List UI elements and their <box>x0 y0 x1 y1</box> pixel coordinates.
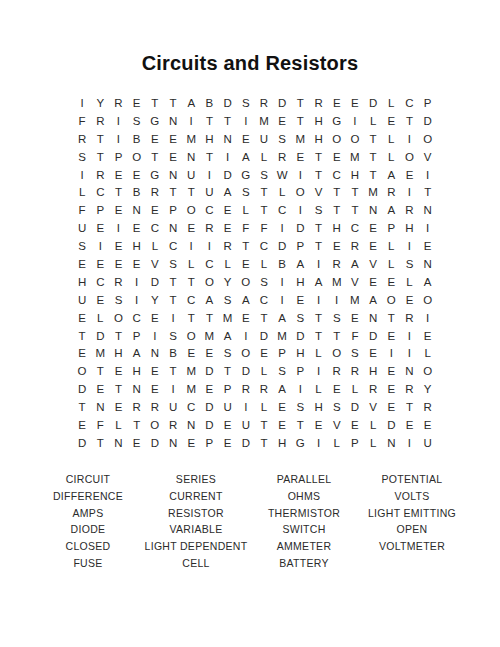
grid-cell-r9c10: T <box>237 237 255 255</box>
word-item-difference: DIFFERENCE <box>34 488 142 505</box>
grid-cell-r12c4: I <box>128 291 146 309</box>
grid-cell-r20c9: E <box>219 434 237 452</box>
word-item-potential: POTENTIAL <box>358 471 466 488</box>
grid-cell-r12c7: C <box>182 291 200 309</box>
grid-cell-r6c17: M <box>364 183 382 201</box>
grid-cell-r13c18: T <box>382 309 400 327</box>
grid-cell-r8c15: H <box>328 219 346 237</box>
grid-cell-r10c7: L <box>182 255 200 273</box>
grid-cell-r4c9: I <box>219 148 237 166</box>
grid-cell-r19c15: V <box>328 416 346 434</box>
grid-cell-r17c7: M <box>182 380 200 398</box>
grid-cell-r10c18: L <box>382 255 400 273</box>
grid-cell-r8c3: I <box>109 219 127 237</box>
grid-cell-r4c6: E <box>164 148 182 166</box>
grid-cell-r4c7: N <box>182 148 200 166</box>
grid-cell-r10c16: A <box>346 255 364 273</box>
grid-cell-r7c3: E <box>109 201 127 219</box>
grid-cell-r15c4: A <box>128 344 146 362</box>
grid-cell-r10c9: L <box>219 255 237 273</box>
grid-cell-r6c15: T <box>328 183 346 201</box>
grid-cell-r5c20: I <box>419 166 437 184</box>
grid-cell-r2c15: G <box>328 112 346 130</box>
grid-cell-r11c19: L <box>400 273 418 291</box>
grid-cell-r15c14: L <box>309 344 327 362</box>
grid-cell-r4c13: E <box>291 148 309 166</box>
grid-cell-r15c15: O <box>328 344 346 362</box>
grid-cell-r16c1: O <box>73 362 91 380</box>
grid-cell-r19c10: U <box>237 416 255 434</box>
grid-cell-r18c4: R <box>128 398 146 416</box>
grid-cell-r19c20: E <box>419 416 437 434</box>
grid-cell-r19c1: E <box>73 416 91 434</box>
grid-cell-r6c16: T <box>346 183 364 201</box>
grid-cell-r1c3: R <box>109 94 127 112</box>
grid-cell-r6c2: C <box>91 183 109 201</box>
grid-cell-r17c14: L <box>309 380 327 398</box>
grid-cell-r18c10: I <box>237 398 255 416</box>
grid-cell-r16c2: T <box>91 362 109 380</box>
grid-cell-r4c4: O <box>128 148 146 166</box>
grid-cell-r3c4: B <box>128 130 146 148</box>
grid-cell-r8c5: C <box>146 219 164 237</box>
grid-cell-r2c6: N <box>164 112 182 130</box>
grid-cell-r13c20: I <box>419 309 437 327</box>
grid-cell-r18c6: U <box>164 398 182 416</box>
grid-cell-r9c7: I <box>182 237 200 255</box>
grid-cell-r7c8: C <box>200 201 218 219</box>
grid-cell-r20c11: T <box>255 434 273 452</box>
grid-cell-r17c19: R <box>400 380 418 398</box>
grid-cell-r4c18: L <box>382 148 400 166</box>
grid-cell-r5c15: C <box>328 166 346 184</box>
grid-cell-r3c2: T <box>91 130 109 148</box>
grid-cell-r11c4: I <box>128 273 146 291</box>
grid-cell-r18c12: E <box>273 398 291 416</box>
grid-cell-r11c3: R <box>109 273 127 291</box>
grid-cell-r20c18: N <box>382 434 400 452</box>
grid-cell-r7c18: A <box>382 201 400 219</box>
grid-cell-r4c12: R <box>273 148 291 166</box>
word-item-open: OPEN <box>358 521 466 538</box>
grid-cell-r4c3: P <box>109 148 127 166</box>
grid-cell-r15c5: N <box>146 344 164 362</box>
grid-cell-r16c7: M <box>182 362 200 380</box>
grid-cell-r11c16: V <box>346 273 364 291</box>
grid-cell-r9c3: E <box>109 237 127 255</box>
grid-cell-r18c19: T <box>400 398 418 416</box>
grid-cell-r17c17: R <box>364 380 382 398</box>
grid-cell-r14c14: T <box>309 327 327 345</box>
grid-cell-r2c5: G <box>146 112 164 130</box>
grid-cell-r10c10: E <box>237 255 255 273</box>
grid-cell-r15c7: E <box>182 344 200 362</box>
grid-cell-r6c12: L <box>273 183 291 201</box>
grid-cell-r12c16: M <box>346 291 364 309</box>
grid-cell-r9c8: I <box>200 237 218 255</box>
grid-cell-r20c8: P <box>200 434 218 452</box>
grid-cell-r16c6: T <box>164 362 182 380</box>
grid-cell-r2c13: T <box>291 112 309 130</box>
grid-cell-r5c11: S <box>255 166 273 184</box>
grid-cell-r6c10: S <box>237 183 255 201</box>
grid-cell-r18c1: T <box>73 398 91 416</box>
grid-cell-r8c12: I <box>273 219 291 237</box>
grid-cell-r19c7: N <box>182 416 200 434</box>
grid-cell-r3c14: H <box>309 130 327 148</box>
grid-cell-r11c9: Y <box>219 273 237 291</box>
grid-cell-r19c18: D <box>382 416 400 434</box>
grid-cell-r6c20: T <box>419 183 437 201</box>
grid-cell-r15c18: I <box>382 344 400 362</box>
grid-cell-r18c18: E <box>382 398 400 416</box>
grid-cell-r12c8: A <box>200 291 218 309</box>
word-item-light-dependent: LIGHT DEPENDENT <box>142 538 250 555</box>
word-item-battery: BATTERY <box>250 554 358 571</box>
grid-cell-r3c3: I <box>109 130 127 148</box>
grid-cell-r16c13: P <box>291 362 309 380</box>
grid-cell-r20c6: N <box>164 434 182 452</box>
grid-cell-r15c1: E <box>73 344 91 362</box>
grid-cell-r3c6: E <box>164 130 182 148</box>
grid-cell-r17c2: E <box>91 380 109 398</box>
grid-cell-r13c6: I <box>164 309 182 327</box>
grid-cell-r7c19: R <box>400 201 418 219</box>
grid-cell-r14c8: M <box>200 327 218 345</box>
grid-cell-r18c20: R <box>419 398 437 416</box>
grid-cell-r14c6: S <box>164 327 182 345</box>
grid-cell-r9c14: T <box>309 237 327 255</box>
grid-cell-r9c20: E <box>419 237 437 255</box>
grid-cell-r3c12: S <box>273 130 291 148</box>
grid-cell-r16c16: R <box>346 362 364 380</box>
grid-cell-r15c13: H <box>291 344 309 362</box>
grid-cell-r17c4: N <box>128 380 146 398</box>
grid-cell-r8c14: T <box>309 219 327 237</box>
grid-cell-r13c19: R <box>400 309 418 327</box>
grid-cell-r9c16: R <box>346 237 364 255</box>
grid-cell-r9c5: L <box>146 237 164 255</box>
grid-cell-r17c15: E <box>328 380 346 398</box>
grid-cell-r12c13: E <box>291 291 309 309</box>
grid-cell-r10c8: C <box>200 255 218 273</box>
grid-cell-r15c20: L <box>419 344 437 362</box>
grid-cell-r17c18: E <box>382 380 400 398</box>
grid-cell-r9c11: C <box>255 237 273 255</box>
grid-cell-r4c11: L <box>255 148 273 166</box>
word-item-fuse: FUSE <box>34 554 142 571</box>
grid-cell-r1c19: C <box>400 94 418 112</box>
grid-cell-r12c11: C <box>255 291 273 309</box>
grid-cell-r18c13: S <box>291 398 309 416</box>
grid-cell-r5c1: I <box>73 166 91 184</box>
grid-cell-r7c20: N <box>419 201 437 219</box>
grid-cell-r19c4: T <box>128 416 146 434</box>
grid-cell-r5c6: N <box>164 166 182 184</box>
grid-cell-r6c4: B <box>128 183 146 201</box>
grid-cell-r16c11: L <box>255 362 273 380</box>
grid-cell-r18c8: D <box>200 398 218 416</box>
grid-cell-r7c9: E <box>219 201 237 219</box>
grid-cell-r19c8: D <box>200 416 218 434</box>
grid-cell-r11c8: O <box>200 273 218 291</box>
grid-cell-r12c18: O <box>382 291 400 309</box>
grid-cell-r4c8: T <box>200 148 218 166</box>
grid-cell-r8c2: E <box>91 219 109 237</box>
grid-cell-r2c11: M <box>255 112 273 130</box>
grid-cell-r9c13: P <box>291 237 309 255</box>
grid-cell-r13c12: A <box>273 309 291 327</box>
grid-cell-r17c6: I <box>164 380 182 398</box>
grid-cell-r20c13: G <box>291 434 309 452</box>
grid-cell-r4c2: T <box>91 148 109 166</box>
grid-cell-r5c10: G <box>237 166 255 184</box>
grid-cell-r14c2: D <box>91 327 109 345</box>
grid-cell-r16c9: T <box>219 362 237 380</box>
grid-cell-r5c7: U <box>182 166 200 184</box>
grid-cell-r20c4: E <box>128 434 146 452</box>
grid-cell-r4c16: M <box>346 148 364 166</box>
grid-cell-r9c18: L <box>382 237 400 255</box>
grid-cell-r2c14: H <box>309 112 327 130</box>
grid-cell-r20c12: H <box>273 434 291 452</box>
grid-cell-r12c5: Y <box>146 291 164 309</box>
grid-cell-r10c12: B <box>273 255 291 273</box>
grid-cell-r9c15: E <box>328 237 346 255</box>
grid-cell-r2c19: T <box>400 112 418 130</box>
grid-cell-r4c1: S <box>73 148 91 166</box>
grid-cell-r3c16: O <box>346 130 364 148</box>
grid-cell-r17c1: D <box>73 380 91 398</box>
grid-cell-r16c19: N <box>400 362 418 380</box>
grid-cell-r2c7: I <box>182 112 200 130</box>
grid-cell-r17c16: L <box>346 380 364 398</box>
grid-cell-r7c1: F <box>73 201 91 219</box>
grid-cell-r10c5: V <box>146 255 164 273</box>
word-item-series: SERIES <box>142 471 250 488</box>
grid-cell-r3c15: O <box>328 130 346 148</box>
grid-cell-r20c10: D <box>237 434 255 452</box>
grid-cell-r10c6: S <box>164 255 182 273</box>
grid-cell-r14c15: T <box>328 327 346 345</box>
grid-cell-r1c14: R <box>309 94 327 112</box>
grid-cell-r1c5: T <box>146 94 164 112</box>
grid-cell-r17c13: I <box>291 380 309 398</box>
grid-cell-r2c1: F <box>73 112 91 130</box>
grid-cell-r8c13: D <box>291 219 309 237</box>
grid-cell-r3c7: M <box>182 130 200 148</box>
grid-cell-r15c17: E <box>364 344 382 362</box>
grid-cell-r9c6: C <box>164 237 182 255</box>
grid-cell-r1c6: T <box>164 94 182 112</box>
grid-cell-r6c9: A <box>219 183 237 201</box>
grid-cell-r9c4: H <box>128 237 146 255</box>
grid-cell-r9c19: I <box>400 237 418 255</box>
grid-cell-r17c20: Y <box>419 380 437 398</box>
grid-cell-r6c5: R <box>146 183 164 201</box>
grid-cell-r17c3: T <box>109 380 127 398</box>
grid-cell-r19c11: T <box>255 416 273 434</box>
grid-cell-r1c16: E <box>346 94 364 112</box>
grid-cell-r14c3: T <box>109 327 127 345</box>
grid-cell-r12c12: I <box>273 291 291 309</box>
grid-cell-r18c2: N <box>91 398 109 416</box>
grid-cell-r4c20: V <box>419 148 437 166</box>
word-item-switch: SWITCH <box>250 521 358 538</box>
grid-cell-r14c4: P <box>128 327 146 345</box>
grid-cell-r2c12: E <box>273 112 291 130</box>
grid-cell-r10c4: E <box>128 255 146 273</box>
grid-cell-r14c5: I <box>146 327 164 345</box>
grid-cell-r18c7: C <box>182 398 200 416</box>
grid-cell-r15c3: H <box>109 344 127 362</box>
grid-cell-r16c8: D <box>200 362 218 380</box>
grid-cell-r10c13: A <box>291 255 309 273</box>
grid-cell-r14c17: D <box>364 327 382 345</box>
grid-cell-r2c8: T <box>200 112 218 130</box>
word-item-current: CURRENT <box>142 488 250 505</box>
grid-cell-r10c14: I <box>309 255 327 273</box>
word-item-amps: AMPS <box>34 504 142 521</box>
grid-cell-r6c6: T <box>164 183 182 201</box>
grid-cell-r3c10: E <box>237 130 255 148</box>
grid-cell-r1c4: E <box>128 94 146 112</box>
grid-cell-r1c20: P <box>419 94 437 112</box>
word-item-ammeter: AMMETER <box>250 538 358 555</box>
grid-cell-r10c3: E <box>109 255 127 273</box>
grid-cell-r1c13: T <box>291 94 309 112</box>
grid-cell-r7c15: T <box>328 201 346 219</box>
grid-cell-r1c1: I <box>73 94 91 112</box>
grid-cell-r20c2: T <box>91 434 109 452</box>
grid-cell-r18c11: L <box>255 398 273 416</box>
grid-cell-r7c17: N <box>364 201 382 219</box>
grid-cell-r19c3: L <box>109 416 127 434</box>
grid-cell-r13c2: L <box>91 309 109 327</box>
word-item-diode: DIODE <box>34 521 142 538</box>
word-item-empty <box>358 554 466 571</box>
grid-cell-r12c2: E <box>91 291 109 309</box>
grid-cell-r12c1: U <box>73 291 91 309</box>
grid-cell-r6c3: T <box>109 183 127 201</box>
grid-cell-r15c2: M <box>91 344 109 362</box>
grid-cell-r7c16: T <box>346 201 364 219</box>
grid-cell-r9c9: R <box>219 237 237 255</box>
grid-cell-r5c18: A <box>382 166 400 184</box>
grid-cell-r11c7: T <box>182 273 200 291</box>
grid-cell-r3c5: E <box>146 130 164 148</box>
word-list: CIRCUITSERIESPARALLELPOTENTIALDIFFERENCE… <box>34 471 466 571</box>
grid-cell-r16c17: H <box>364 362 382 380</box>
grid-cell-r13c4: C <box>128 309 146 327</box>
grid-cell-r3c1: R <box>73 130 91 148</box>
grid-cell-r15c16: S <box>346 344 364 362</box>
grid-cell-r17c10: R <box>237 380 255 398</box>
grid-cell-r3c20: O <box>419 130 437 148</box>
word-item-light-emitting: LIGHT EMITTING <box>358 504 466 521</box>
grid-cell-r8c10: F <box>237 219 255 237</box>
grid-cell-r10c1: E <box>73 255 91 273</box>
grid-cell-r10c2: E <box>91 255 109 273</box>
grid-cell-r8c16: C <box>346 219 364 237</box>
grid-cell-r20c3: N <box>109 434 127 452</box>
grid-cell-r3c8: H <box>200 130 218 148</box>
grid-cell-r20c1: D <box>73 434 91 452</box>
grid-cell-r16c5: E <box>146 362 164 380</box>
grid-cell-r13c16: E <box>346 309 364 327</box>
grid-cell-r13c13: S <box>291 309 309 327</box>
grid-cell-r19c19: E <box>400 416 418 434</box>
grid-cell-r9c12: D <box>273 237 291 255</box>
grid-cell-r19c2: F <box>91 416 109 434</box>
grid-cell-r13c1: E <box>73 309 91 327</box>
grid-cell-r2c3: I <box>109 112 127 130</box>
grid-cell-r16c15: R <box>328 362 346 380</box>
grid-cell-r14c20: E <box>419 327 437 345</box>
grid-cell-r15c10: O <box>237 344 255 362</box>
grid-cell-r6c11: T <box>255 183 273 201</box>
grid-cell-r17c12: A <box>273 380 291 398</box>
grid-cell-r4c5: T <box>146 148 164 166</box>
grid-cell-r18c3: E <box>109 398 127 416</box>
grid-cell-r2c4: S <box>128 112 146 130</box>
grid-cell-r13c15: S <box>328 309 346 327</box>
grid-cell-r10c11: L <box>255 255 273 273</box>
grid-cell-r11c13: H <box>291 273 309 291</box>
grid-cell-r7c5: E <box>146 201 164 219</box>
grid-cell-r3c11: U <box>255 130 273 148</box>
word-item-parallel: PARALLEL <box>250 471 358 488</box>
grid-cell-r11c14: A <box>309 273 327 291</box>
grid-cell-r20c17: L <box>364 434 382 452</box>
grid-cell-r6c8: U <box>200 183 218 201</box>
grid-cell-r15c9: S <box>219 344 237 362</box>
grid-cell-r2c18: E <box>382 112 400 130</box>
grid-cell-r11c17: E <box>364 273 382 291</box>
puzzle-title: Circuits and Resistors <box>0 52 500 75</box>
grid-cell-r20c20: U <box>419 434 437 452</box>
grid-cell-r8c8: R <box>200 219 218 237</box>
grid-cell-r12c9: S <box>219 291 237 309</box>
grid-cell-r20c14: I <box>309 434 327 452</box>
grid-cell-r13c10: E <box>237 309 255 327</box>
grid-cell-r7c7: O <box>182 201 200 219</box>
grid-cell-r8c19: H <box>400 219 418 237</box>
grid-cell-r13c17: N <box>364 309 382 327</box>
grid-cell-r10c20: N <box>419 255 437 273</box>
grid-cell-r9c2: I <box>91 237 109 255</box>
grid-cell-r17c5: E <box>146 380 164 398</box>
grid-cell-r3c13: M <box>291 130 309 148</box>
grid-cell-r1c9: D <box>219 94 237 112</box>
grid-cell-r6c19: I <box>400 183 418 201</box>
grid-cell-r16c4: H <box>128 362 146 380</box>
grid-cell-r11c1: H <box>73 273 91 291</box>
grid-cell-r14c7: O <box>182 327 200 345</box>
grid-cell-r7c6: P <box>164 201 182 219</box>
grid-cell-r12c15: I <box>328 291 346 309</box>
grid-cell-r14c13: D <box>291 327 309 345</box>
grid-cell-r1c8: B <box>200 94 218 112</box>
grid-cell-r1c15: E <box>328 94 346 112</box>
grid-cell-r12c14: I <box>309 291 327 309</box>
grid-cell-r5c8: I <box>200 166 218 184</box>
grid-cell-r1c18: L <box>382 94 400 112</box>
word-item-variable: VARIABLE <box>142 521 250 538</box>
grid-cell-r8c20: I <box>419 219 437 237</box>
grid-cell-r8c6: N <box>164 219 182 237</box>
grid-cell-r14c16: F <box>346 327 364 345</box>
